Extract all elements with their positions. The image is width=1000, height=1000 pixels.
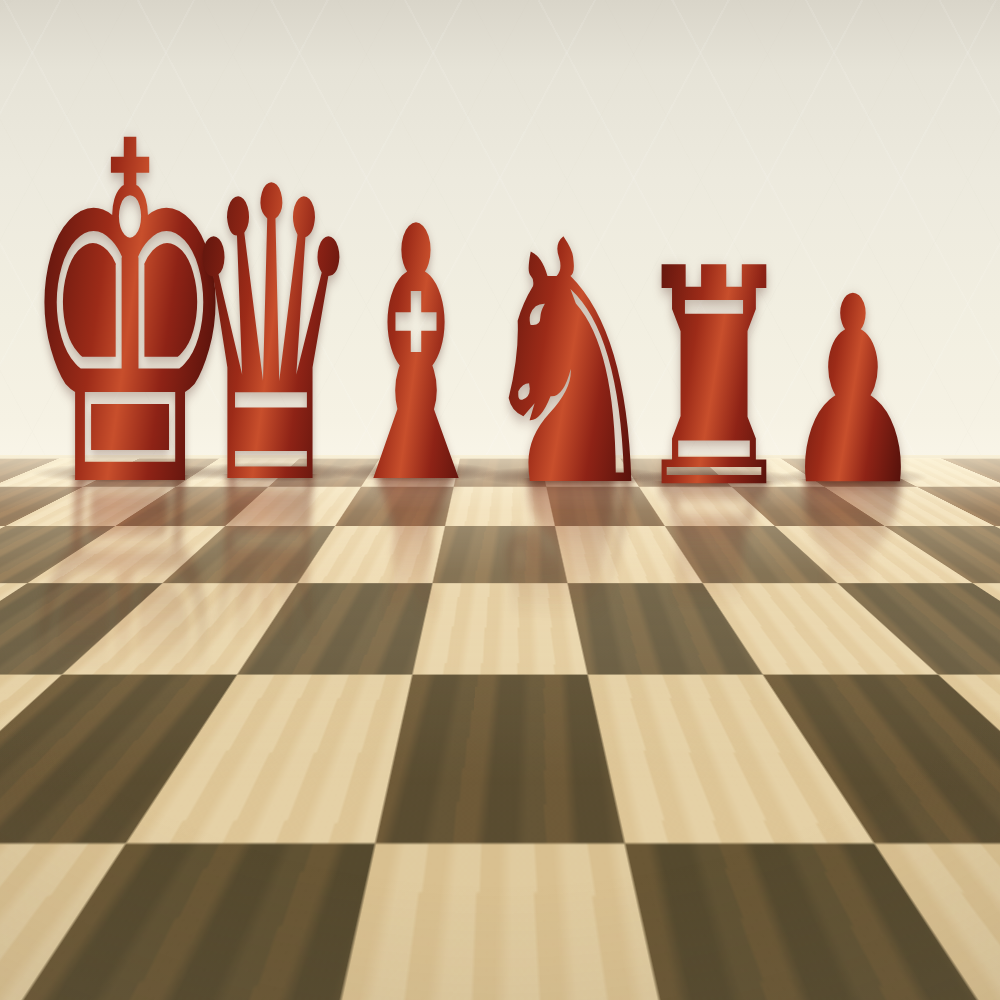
chessboard [0,458,1000,1000]
dark-square [432,526,567,583]
dark-square [940,458,1000,487]
light-square [860,458,1000,487]
board-perspective-stage [0,0,1000,1000]
light-square [412,583,587,674]
light-square [824,487,994,526]
light-square [775,526,973,583]
dark-square [620,458,731,487]
dark-square [838,583,1000,674]
light-square [555,526,703,583]
light-square [361,458,460,487]
photo-frame: ♚♛♝♞♜♟ ♚♛♝♞♜♟ [0,0,1000,1000]
light-square [973,583,1000,674]
dark-square [917,487,1000,526]
dark-square [454,458,547,487]
light-square [445,487,555,526]
dark-square [375,675,624,844]
dark-square [780,458,917,487]
light-square [700,458,824,487]
dark-square [731,487,884,526]
light-square [938,675,1000,844]
board-back-edge [0,455,1000,459]
light-square [994,526,1000,583]
dark-square [884,526,1000,583]
